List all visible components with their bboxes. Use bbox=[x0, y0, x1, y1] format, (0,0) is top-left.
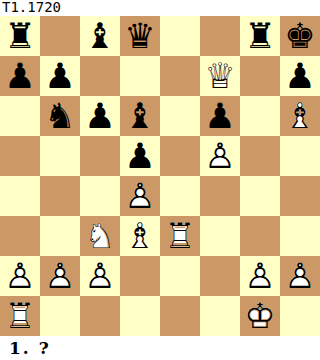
square-b5[interactable] bbox=[40, 136, 80, 176]
black-bishop-c8: ♝ bbox=[80, 16, 120, 56]
square-b3[interactable] bbox=[40, 216, 80, 256]
square-e1[interactable] bbox=[160, 296, 200, 336]
square-b7[interactable]: ♟ bbox=[40, 56, 80, 96]
white-pawn-g2: ♙ bbox=[240, 256, 280, 296]
square-a2[interactable]: ♟♙ bbox=[0, 256, 40, 296]
white-bishop-h6: ♗ bbox=[280, 96, 320, 136]
square-d5[interactable]: ♟ bbox=[120, 136, 160, 176]
chess-board: ♜♝♛♜♚♟♟♛♕♟♞♟♝♟♝♗♟♟♙♟♙♞♘♝♗♜♖♟♙♟♙♟♙♟♙♟♙♜♖♚… bbox=[0, 16, 320, 336]
square-c3[interactable]: ♞♘ bbox=[80, 216, 120, 256]
white-pawn-c2: ♙ bbox=[80, 256, 120, 296]
square-d3[interactable]: ♝♗ bbox=[120, 216, 160, 256]
square-e7[interactable] bbox=[160, 56, 200, 96]
square-d4[interactable]: ♟♙ bbox=[120, 176, 160, 216]
square-g4[interactable] bbox=[240, 176, 280, 216]
black-pawn-c6: ♟ bbox=[80, 96, 120, 136]
black-pawn-a7: ♟ bbox=[0, 56, 40, 96]
square-c1[interactable] bbox=[80, 296, 120, 336]
square-f3[interactable] bbox=[200, 216, 240, 256]
black-pawn-d5: ♟ bbox=[120, 136, 160, 176]
square-c2[interactable]: ♟♙ bbox=[80, 256, 120, 296]
square-e3[interactable]: ♜♖ bbox=[160, 216, 200, 256]
white-rook-a1: ♖ bbox=[0, 296, 40, 336]
square-a5[interactable] bbox=[0, 136, 40, 176]
square-e8[interactable] bbox=[160, 16, 200, 56]
black-queen-d8: ♛ bbox=[120, 16, 160, 56]
square-h5[interactable] bbox=[280, 136, 320, 176]
square-a6[interactable] bbox=[0, 96, 40, 136]
square-a3[interactable] bbox=[0, 216, 40, 256]
square-h3[interactable] bbox=[280, 216, 320, 256]
square-h4[interactable] bbox=[280, 176, 320, 216]
square-f5[interactable]: ♟♙ bbox=[200, 136, 240, 176]
square-e6[interactable] bbox=[160, 96, 200, 136]
black-knight-b6: ♞ bbox=[40, 96, 80, 136]
white-bishop-d3: ♗ bbox=[120, 216, 160, 256]
square-c7[interactable] bbox=[80, 56, 120, 96]
square-f8[interactable] bbox=[200, 16, 240, 56]
square-b4[interactable] bbox=[40, 176, 80, 216]
square-g2[interactable]: ♟♙ bbox=[240, 256, 280, 296]
square-e2[interactable] bbox=[160, 256, 200, 296]
square-f6[interactable]: ♟ bbox=[200, 96, 240, 136]
square-g8[interactable]: ♜ bbox=[240, 16, 280, 56]
white-pawn-h2: ♙ bbox=[280, 256, 320, 296]
move-prompt-label: 1. ? bbox=[0, 336, 320, 360]
square-f1[interactable] bbox=[200, 296, 240, 336]
black-pawn-b7: ♟ bbox=[40, 56, 80, 96]
square-e5[interactable] bbox=[160, 136, 200, 176]
square-d1[interactable] bbox=[120, 296, 160, 336]
white-queen-f7: ♕ bbox=[200, 56, 240, 96]
square-a4[interactable] bbox=[0, 176, 40, 216]
square-c4[interactable] bbox=[80, 176, 120, 216]
black-bishop-d6: ♝ bbox=[120, 96, 160, 136]
square-f2[interactable] bbox=[200, 256, 240, 296]
square-c8[interactable]: ♝ bbox=[80, 16, 120, 56]
white-knight-c3: ♘ bbox=[80, 216, 120, 256]
square-b6[interactable]: ♞ bbox=[40, 96, 80, 136]
white-pawn-f5: ♙ bbox=[200, 136, 240, 176]
white-pawn-a2: ♙ bbox=[0, 256, 40, 296]
black-king-h8: ♚ bbox=[280, 16, 320, 56]
white-rook-e3: ♖ bbox=[160, 216, 200, 256]
black-pawn-f6: ♟ bbox=[200, 96, 240, 136]
square-c6[interactable]: ♟ bbox=[80, 96, 120, 136]
square-g5[interactable] bbox=[240, 136, 280, 176]
white-king-g1: ♔ bbox=[240, 296, 280, 336]
white-pawn-b2: ♙ bbox=[40, 256, 80, 296]
square-c5[interactable] bbox=[80, 136, 120, 176]
square-b8[interactable] bbox=[40, 16, 80, 56]
puzzle-id-label: T1.1720 bbox=[0, 0, 320, 16]
square-g7[interactable] bbox=[240, 56, 280, 96]
square-e4[interactable] bbox=[160, 176, 200, 216]
square-d2[interactable] bbox=[120, 256, 160, 296]
square-f4[interactable] bbox=[200, 176, 240, 216]
square-h1[interactable] bbox=[280, 296, 320, 336]
square-f7[interactable]: ♛♕ bbox=[200, 56, 240, 96]
square-g3[interactable] bbox=[240, 216, 280, 256]
white-pawn-d4: ♙ bbox=[120, 176, 160, 216]
square-d7[interactable] bbox=[120, 56, 160, 96]
square-g6[interactable] bbox=[240, 96, 280, 136]
square-h8[interactable]: ♚ bbox=[280, 16, 320, 56]
square-d6[interactable]: ♝ bbox=[120, 96, 160, 136]
square-h2[interactable]: ♟♙ bbox=[280, 256, 320, 296]
black-rook-a8: ♜ bbox=[0, 16, 40, 56]
black-pawn-h7: ♟ bbox=[280, 56, 320, 96]
square-h7[interactable]: ♟ bbox=[280, 56, 320, 96]
square-b1[interactable] bbox=[40, 296, 80, 336]
square-a1[interactable]: ♜♖ bbox=[0, 296, 40, 336]
square-a7[interactable]: ♟ bbox=[0, 56, 40, 96]
square-d8[interactable]: ♛ bbox=[120, 16, 160, 56]
square-g1[interactable]: ♚♔ bbox=[240, 296, 280, 336]
square-h6[interactable]: ♝♗ bbox=[280, 96, 320, 136]
square-a8[interactable]: ♜ bbox=[0, 16, 40, 56]
square-b2[interactable]: ♟♙ bbox=[40, 256, 80, 296]
chess-puzzle-app: T1.1720 ♜♝♛♜♚♟♟♛♕♟♞♟♝♟♝♗♟♟♙♟♙♞♘♝♗♜♖♟♙♟♙♟… bbox=[0, 0, 320, 360]
black-rook-g8: ♜ bbox=[240, 16, 280, 56]
